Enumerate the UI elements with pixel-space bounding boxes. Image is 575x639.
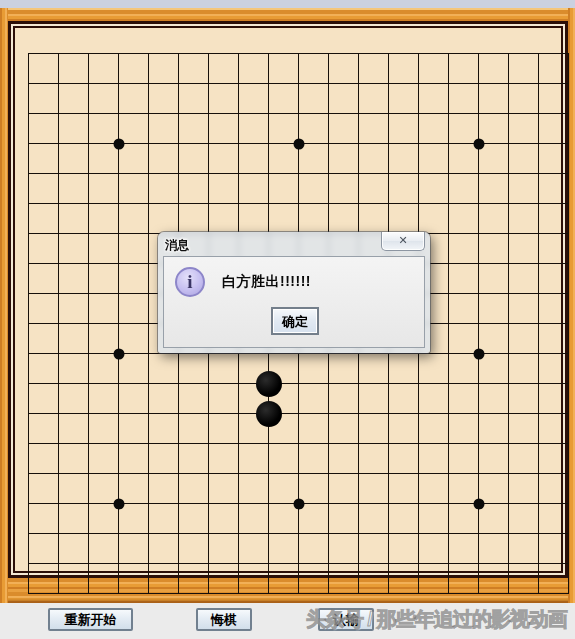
dialog-message: 白方胜出!!!!!! bbox=[222, 273, 311, 291]
ok-button[interactable]: 确定 bbox=[271, 307, 319, 335]
star-point bbox=[113, 498, 124, 509]
star-point bbox=[473, 138, 484, 149]
star-point bbox=[113, 138, 124, 149]
wood-frame-top bbox=[0, 8, 575, 21]
window-top-strip bbox=[0, 0, 575, 8]
wood-frame-right bbox=[568, 8, 575, 603]
star-point bbox=[293, 498, 304, 509]
restart-button[interactable]: 重新开始 bbox=[48, 608, 133, 631]
message-dialog: 消息 ✕ i 白方胜出!!!!!! 确定 bbox=[158, 232, 430, 353]
star-point bbox=[473, 498, 484, 509]
undo-button[interactable]: 悔棋 bbox=[196, 608, 252, 631]
info-icon: i bbox=[175, 267, 205, 297]
wood-frame-left bbox=[0, 8, 8, 603]
game-window: 消息 ✕ i 白方胜出!!!!!! 确定 重新开始 悔棋 认输 头条号 / 那些… bbox=[0, 0, 575, 639]
watermark: 头条号 / 那些年追过的影视动画 bbox=[306, 606, 574, 634]
black-stone bbox=[256, 371, 282, 397]
black-stone bbox=[256, 401, 282, 427]
star-point bbox=[293, 138, 304, 149]
dialog-content: i 白方胜出!!!!!! 确定 bbox=[164, 257, 424, 347]
dialog-title: 消息 bbox=[165, 237, 189, 254]
star-point bbox=[473, 348, 484, 359]
star-point bbox=[113, 348, 124, 359]
close-icon[interactable]: ✕ bbox=[381, 232, 425, 251]
